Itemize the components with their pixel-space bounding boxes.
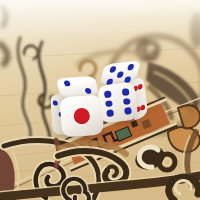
die-left [51,70,111,140]
pip-blue [116,71,124,78]
pip-blue [53,100,58,106]
backgammon-board-photo [0,0,200,200]
pip-red [140,104,145,111]
die-left-front-face [59,95,104,138]
pip-blue [122,89,129,96]
pip-blue [63,80,70,86]
pip-blue [123,98,130,105]
pip-blue [109,66,117,73]
pip-red [137,83,142,90]
pip-blue [124,107,131,114]
pip-blue [85,88,92,94]
pip-blue [126,64,134,71]
pip-red [73,107,90,124]
